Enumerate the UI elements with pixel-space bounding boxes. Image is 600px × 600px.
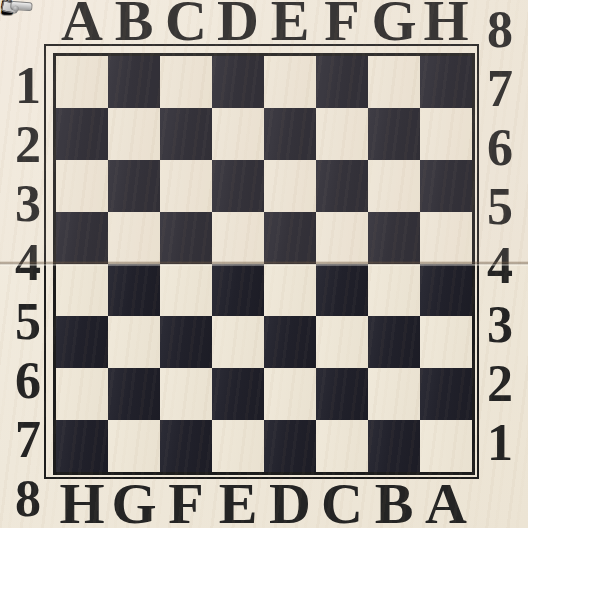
- square-a4[interactable]: [420, 212, 472, 264]
- file-label-g: G: [108, 470, 160, 537]
- rank-labels-right: 12345678: [472, 56, 528, 472]
- square-d2[interactable]: [264, 108, 316, 160]
- square-e8[interactable]: [212, 420, 264, 472]
- file-labels-top: HGFEDCBA: [56, 0, 472, 54]
- rank-label-7: 7: [0, 410, 56, 469]
- square-g1[interactable]: [108, 56, 160, 108]
- rank-label-1: 1: [472, 413, 528, 472]
- rank-label-6: 6: [0, 351, 56, 410]
- file-label-e: E: [212, 470, 264, 537]
- square-a8[interactable]: [420, 420, 472, 472]
- rank-label-7: 7: [472, 59, 528, 118]
- square-g7[interactable]: [108, 368, 160, 420]
- square-d8[interactable]: [264, 420, 316, 472]
- square-h1[interactable]: [56, 56, 108, 108]
- file-label-e: E: [264, 0, 316, 54]
- square-c1[interactable]: [316, 56, 368, 108]
- file-label-h: H: [420, 0, 472, 54]
- square-b2[interactable]: [368, 108, 420, 160]
- square-g5[interactable]: [108, 264, 160, 316]
- square-a6[interactable]: [420, 316, 472, 368]
- rank-label-8: 8: [472, 0, 528, 59]
- square-h5[interactable]: [56, 264, 108, 316]
- square-g8[interactable]: [108, 420, 160, 472]
- file-label-d: D: [264, 470, 316, 537]
- board-grid: [56, 56, 472, 472]
- square-c2[interactable]: [316, 108, 368, 160]
- file-label-b: B: [368, 470, 420, 537]
- square-f6[interactable]: [160, 316, 212, 368]
- file-label-c: C: [160, 0, 212, 54]
- square-e6[interactable]: [212, 316, 264, 368]
- file-label-g: G: [368, 0, 420, 54]
- square-g6[interactable]: [108, 316, 160, 368]
- square-c4[interactable]: [316, 212, 368, 264]
- square-g2[interactable]: [108, 108, 160, 160]
- square-a2[interactable]: [420, 108, 472, 160]
- square-f7[interactable]: [160, 368, 212, 420]
- square-d5[interactable]: [264, 264, 316, 316]
- square-d7[interactable]: [264, 368, 316, 420]
- file-label-c: C: [316, 470, 368, 537]
- square-e4[interactable]: [212, 212, 264, 264]
- square-a1[interactable]: [420, 56, 472, 108]
- square-f8[interactable]: [160, 420, 212, 472]
- square-f5[interactable]: [160, 264, 212, 316]
- square-e7[interactable]: [212, 368, 264, 420]
- file-label-h: H: [56, 470, 108, 537]
- file-label-d: D: [212, 0, 264, 54]
- square-e5[interactable]: [212, 264, 264, 316]
- square-c5[interactable]: [316, 264, 368, 316]
- square-h7[interactable]: [56, 368, 108, 420]
- file-label-f: F: [160, 470, 212, 537]
- square-b4[interactable]: [368, 212, 420, 264]
- rank-label-2: 2: [0, 115, 56, 174]
- square-f1[interactable]: [160, 56, 212, 108]
- square-e1[interactable]: [212, 56, 264, 108]
- square-d3[interactable]: [264, 160, 316, 212]
- rank-label-4: 4: [472, 236, 528, 295]
- rank-label-6: 6: [472, 118, 528, 177]
- square-e3[interactable]: [212, 160, 264, 212]
- rank-label-3: 3: [472, 295, 528, 354]
- square-b5[interactable]: [368, 264, 420, 316]
- rank-label-3: 3: [0, 174, 56, 233]
- square-d4[interactable]: [264, 212, 316, 264]
- square-b3[interactable]: [368, 160, 420, 212]
- square-e2[interactable]: [212, 108, 264, 160]
- square-a5[interactable]: [420, 264, 472, 316]
- square-c7[interactable]: [316, 368, 368, 420]
- square-b6[interactable]: [368, 316, 420, 368]
- square-a3[interactable]: [420, 160, 472, 212]
- square-h4[interactable]: [56, 212, 108, 264]
- square-b7[interactable]: [368, 368, 420, 420]
- file-labels-bottom: HGFEDCBA: [56, 470, 472, 526]
- square-h6[interactable]: [56, 316, 108, 368]
- file-label-b: B: [108, 0, 160, 54]
- square-c8[interactable]: [316, 420, 368, 472]
- square-g4[interactable]: [108, 212, 160, 264]
- square-h3[interactable]: [56, 160, 108, 212]
- rank-label-5: 5: [472, 177, 528, 236]
- square-g3[interactable]: [108, 160, 160, 212]
- square-f3[interactable]: [160, 160, 212, 212]
- chessboard-scene: HGFEDCBA HGFEDCBA 12345678 12345678 ♜♞♝♚…: [0, 0, 600, 600]
- rank-label-2: 2: [472, 354, 528, 413]
- square-f2[interactable]: [160, 108, 212, 160]
- board-panel: HGFEDCBA HGFEDCBA 12345678 12345678: [0, 0, 528, 528]
- rank-label-1: 1: [0, 56, 56, 115]
- file-label-a: A: [56, 0, 108, 54]
- square-h8[interactable]: [56, 420, 108, 472]
- rank-labels-left: 12345678: [0, 56, 56, 472]
- square-a7[interactable]: [420, 368, 472, 420]
- rank-label-4: 4: [0, 233, 56, 292]
- square-h2[interactable]: [56, 108, 108, 160]
- square-b8[interactable]: [368, 420, 420, 472]
- square-d1[interactable]: [264, 56, 316, 108]
- square-c6[interactable]: [316, 316, 368, 368]
- square-f4[interactable]: [160, 212, 212, 264]
- square-b1[interactable]: [368, 56, 420, 108]
- square-c3[interactable]: [316, 160, 368, 212]
- rank-label-5: 5: [0, 292, 56, 351]
- file-label-f: F: [316, 0, 368, 54]
- rank-label-8: 8: [0, 469, 56, 528]
- square-d6[interactable]: [264, 316, 316, 368]
- file-label-a: A: [420, 470, 472, 537]
